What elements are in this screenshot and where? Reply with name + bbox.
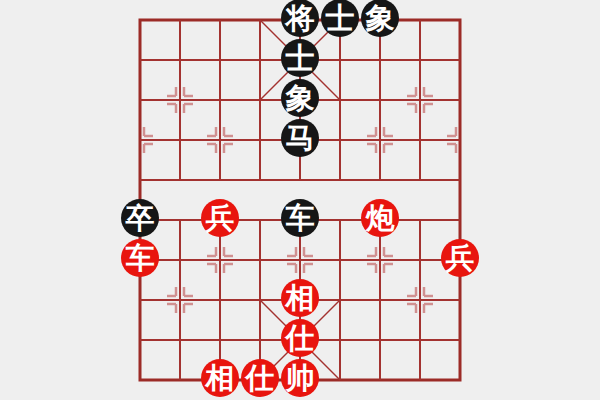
piece-red-elephant[interactable]: 相 [201, 359, 239, 397]
piece-red-chariot[interactable]: 车 [121, 239, 159, 277]
piece-red-general[interactable]: 帅 [281, 359, 319, 397]
piece-red-cannon[interactable]: 炮 [361, 199, 399, 237]
piece-black-elephant[interactable]: 象 [361, 0, 399, 37]
piece-red-soldier[interactable]: 兵 [201, 199, 239, 237]
piece-black-general[interactable]: 将 [281, 0, 319, 37]
piece-black-advisor[interactable]: 士 [321, 0, 359, 37]
piece-red-advisor[interactable]: 仕 [281, 319, 319, 357]
xiangqi-diagram: 将士象士象马卒车兵炮车兵相仕相仕帅 [0, 0, 600, 400]
pieces-layer: 将士象士象马卒车兵炮车兵相仕相仕帅 [0, 0, 600, 400]
piece-black-soldier[interactable]: 卒 [121, 199, 159, 237]
piece-black-elephant[interactable]: 象 [281, 79, 319, 117]
piece-black-chariot[interactable]: 车 [281, 199, 319, 237]
piece-red-elephant[interactable]: 相 [281, 279, 319, 317]
piece-black-advisor[interactable]: 士 [281, 39, 319, 77]
piece-red-soldier[interactable]: 兵 [441, 239, 479, 277]
piece-red-advisor[interactable]: 仕 [241, 359, 279, 397]
piece-black-horse[interactable]: 马 [281, 119, 319, 157]
